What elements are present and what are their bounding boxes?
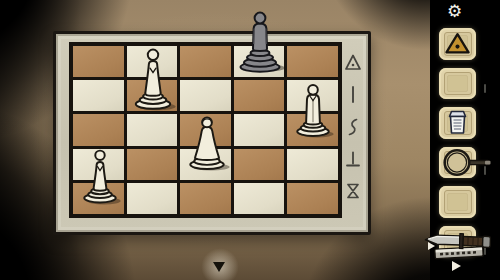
board-cell[interactable] [127, 183, 178, 214]
board-cell[interactable] [287, 149, 338, 180]
inventory-slot-hint[interactable] [439, 28, 476, 60]
board-cell[interactable] [234, 114, 285, 145]
edge-tick [484, 84, 486, 93]
piece-white-praying-a1[interactable] [78, 146, 122, 204]
piece-white-gown-c2[interactable] [183, 112, 231, 170]
board-cell[interactable] [180, 46, 231, 77]
board-cell[interactable] [180, 183, 231, 214]
next-right-arrow[interactable] [452, 261, 461, 271]
board-cell[interactable] [287, 46, 338, 77]
board-cell[interactable] [287, 183, 338, 214]
board-cell[interactable] [234, 183, 285, 214]
board-cell[interactable] [234, 149, 285, 180]
inventory-slot-empty-1[interactable] [439, 68, 476, 100]
board-cell[interactable] [234, 80, 285, 111]
rune-hourglass-icon [344, 182, 362, 200]
magnifier-icon[interactable] [441, 148, 499, 179]
piece-white-praying-b4[interactable] [130, 43, 176, 110]
rune-perpendicular-icon [344, 150, 362, 169]
gear-icon[interactable]: ⚙ [447, 0, 462, 22]
rune-column [341, 53, 365, 200]
board-cell[interactable] [180, 80, 231, 111]
board-cell[interactable] [73, 46, 124, 77]
inventory-sidebar: ⚙ [430, 0, 500, 280]
warning-triangle-icon[interactable] [444, 32, 471, 55]
board-cell[interactable] [73, 114, 124, 145]
piece-grey-statue-d5[interactable] [235, 11, 285, 71]
inventory-slot-empty-2[interactable] [439, 186, 476, 218]
board-cell[interactable] [127, 114, 178, 145]
inventory-slot-magnifier[interactable] [439, 147, 476, 179]
piece-white-man-e3[interactable] [291, 80, 335, 137]
inventory-slot-note[interactable] [439, 107, 476, 139]
knife-icon[interactable] [424, 231, 495, 251]
down-arrow[interactable] [213, 262, 225, 272]
rune-triangle-dot-icon [344, 53, 362, 72]
rune-vertical-line-icon [344, 85, 362, 104]
game-scene: ⚙ [0, 0, 500, 280]
board-cell[interactable] [127, 149, 178, 180]
board-cell[interactable] [73, 80, 124, 111]
rune-s-curve-icon [344, 117, 362, 137]
note-icon[interactable] [446, 110, 469, 135]
